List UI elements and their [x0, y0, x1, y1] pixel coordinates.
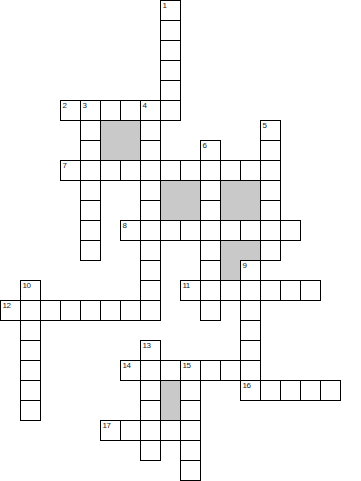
- clue-number: 8: [123, 221, 127, 230]
- letter-cell[interactable]: [100, 100, 121, 121]
- letter-cell[interactable]: [240, 160, 261, 181]
- clue-number: 1: [163, 1, 167, 10]
- letter-cell[interactable]: [20, 380, 41, 401]
- letter-cell[interactable]: [180, 460, 201, 481]
- letter-cell[interactable]: [180, 160, 201, 181]
- letter-cell[interactable]: [140, 140, 161, 161]
- letter-cell[interactable]: [240, 360, 261, 381]
- letter-cell[interactable]: 2: [60, 100, 81, 121]
- clue-number: 12: [3, 301, 11, 310]
- letter-cell[interactable]: [220, 160, 241, 181]
- shaded-cell: [240, 200, 261, 221]
- letter-cell[interactable]: [240, 220, 261, 241]
- shaded-cell: [120, 140, 141, 161]
- letter-cell[interactable]: [220, 220, 241, 241]
- letter-cell[interactable]: [180, 400, 201, 421]
- letter-cell[interactable]: [140, 120, 161, 141]
- letter-cell[interactable]: [140, 440, 161, 461]
- clue-number: 11: [183, 281, 190, 290]
- letter-cell[interactable]: [320, 380, 341, 401]
- clue-number: 9: [243, 261, 247, 270]
- letter-cell[interactable]: [280, 380, 301, 401]
- letter-cell[interactable]: 17: [100, 420, 121, 441]
- letter-cell[interactable]: 15: [180, 360, 201, 381]
- clue-number: 17: [103, 421, 111, 430]
- letter-cell[interactable]: [80, 180, 101, 201]
- shaded-cell: [180, 180, 201, 201]
- letter-cell[interactable]: 4: [140, 100, 161, 121]
- letter-cell[interactable]: [140, 400, 161, 421]
- shaded-cell: [220, 180, 241, 201]
- letter-cell[interactable]: [200, 240, 221, 261]
- letter-cell[interactable]: [200, 300, 221, 321]
- letter-cell[interactable]: [120, 100, 141, 121]
- letter-cell[interactable]: [260, 380, 281, 401]
- letter-cell[interactable]: [160, 160, 181, 181]
- letter-cell[interactable]: [200, 260, 221, 281]
- letter-cell[interactable]: [160, 100, 181, 121]
- letter-cell[interactable]: [200, 200, 221, 221]
- letter-cell[interactable]: [260, 280, 281, 301]
- letter-cell[interactable]: [140, 360, 161, 381]
- letter-cell[interactable]: [20, 400, 41, 421]
- letter-cell[interactable]: [160, 60, 181, 81]
- letter-cell[interactable]: [220, 280, 241, 301]
- letter-cell[interactable]: [180, 220, 201, 241]
- letter-cell[interactable]: [160, 420, 181, 441]
- letter-cell[interactable]: [40, 300, 61, 321]
- letter-cell[interactable]: 11: [180, 280, 201, 301]
- letter-cell[interactable]: [80, 220, 101, 241]
- letter-cell[interactable]: [140, 240, 161, 261]
- letter-cell[interactable]: [20, 360, 41, 381]
- letter-cell[interactable]: [20, 300, 41, 321]
- letter-cell[interactable]: [160, 40, 181, 61]
- letter-cell[interactable]: 8: [120, 220, 141, 241]
- letter-cell[interactable]: [80, 160, 101, 181]
- letter-cell[interactable]: [140, 300, 161, 321]
- letter-cell[interactable]: [140, 220, 161, 241]
- shaded-cell: [160, 200, 181, 221]
- letter-cell[interactable]: [200, 280, 221, 301]
- letter-cell[interactable]: [160, 360, 181, 381]
- letter-cell[interactable]: [140, 180, 161, 201]
- letter-cell[interactable]: [240, 340, 261, 361]
- letter-cell[interactable]: 16: [240, 380, 261, 401]
- shaded-cell: [220, 240, 241, 261]
- letter-cell[interactable]: [200, 220, 221, 241]
- letter-cell[interactable]: 3: [80, 100, 101, 121]
- clue-number: 16: [243, 381, 251, 390]
- letter-cell[interactable]: [240, 280, 261, 301]
- letter-cell[interactable]: [20, 340, 41, 361]
- letter-cell[interactable]: [280, 220, 301, 241]
- letter-cell[interactable]: [20, 320, 41, 341]
- shaded-cell: [240, 240, 261, 261]
- letter-cell[interactable]: [120, 420, 141, 441]
- letter-cell[interactable]: [200, 360, 221, 381]
- letter-cell[interactable]: 12: [0, 300, 21, 321]
- letter-cell[interactable]: [180, 380, 201, 401]
- letter-cell[interactable]: [80, 300, 101, 321]
- letter-cell[interactable]: 7: [60, 160, 81, 181]
- letter-cell[interactable]: [260, 220, 281, 241]
- letter-cell[interactable]: [80, 120, 101, 141]
- letter-cell[interactable]: [80, 200, 101, 221]
- shaded-cell: [100, 120, 121, 141]
- letter-cell[interactable]: [160, 20, 181, 41]
- letter-cell[interactable]: [80, 140, 101, 161]
- letter-cell[interactable]: [120, 300, 141, 321]
- letter-cell[interactable]: [240, 320, 261, 341]
- letter-cell[interactable]: [140, 260, 161, 281]
- letter-cell[interactable]: [140, 200, 161, 221]
- letter-cell[interactable]: [200, 160, 221, 181]
- letter-cell[interactable]: [260, 240, 281, 261]
- clue-number: 5: [263, 121, 267, 130]
- letter-cell[interactable]: 6: [200, 140, 221, 161]
- letter-cell[interactable]: [80, 240, 101, 261]
- letter-cell[interactable]: [200, 180, 221, 201]
- shaded-cell: [220, 200, 241, 221]
- letter-cell[interactable]: [140, 280, 161, 301]
- letter-cell[interactable]: [240, 300, 261, 321]
- clue-number: 6: [203, 141, 207, 150]
- shaded-cell: [180, 200, 201, 221]
- letter-cell[interactable]: [160, 80, 181, 101]
- letter-cell[interactable]: [300, 380, 321, 401]
- letter-cell[interactable]: 14: [120, 360, 141, 381]
- letter-cell[interactable]: 5: [260, 120, 281, 141]
- letter-cell[interactable]: [120, 160, 141, 181]
- letter-cell[interactable]: 10: [20, 280, 41, 301]
- letter-cell[interactable]: [180, 440, 201, 461]
- letter-cell[interactable]: [140, 160, 161, 181]
- letter-cell[interactable]: [140, 420, 161, 441]
- letter-cell[interactable]: [260, 160, 281, 181]
- clue-number: 15: [183, 361, 191, 370]
- letter-cell[interactable]: [100, 300, 121, 321]
- shaded-cell: [160, 380, 181, 401]
- letter-cell[interactable]: [100, 160, 121, 181]
- shaded-cell: [240, 180, 261, 201]
- shaded-cell: [220, 260, 241, 281]
- clue-number: 7: [63, 161, 67, 170]
- letter-cell[interactable]: [180, 420, 201, 441]
- shaded-cell: [100, 140, 121, 161]
- crossword-grid: 1234567891011121314151617: [0, 0, 341, 481]
- shaded-cell: [120, 120, 141, 141]
- letter-cell[interactable]: [140, 380, 161, 401]
- clue-number: 13: [143, 341, 151, 350]
- letter-cell[interactable]: [60, 300, 81, 321]
- clue-number: 2: [63, 101, 67, 110]
- letter-cell[interactable]: 1: [160, 0, 181, 21]
- letter-cell[interactable]: [220, 360, 241, 381]
- clue-number: 4: [143, 101, 147, 110]
- letter-cell[interactable]: 9: [240, 260, 261, 281]
- shaded-cell: [160, 400, 181, 421]
- letter-cell[interactable]: [300, 280, 321, 301]
- letter-cell[interactable]: [160, 220, 181, 241]
- clue-number: 3: [83, 101, 87, 110]
- letter-cell[interactable]: 13: [140, 340, 161, 361]
- shaded-cell: [160, 180, 181, 201]
- clue-number: 10: [23, 281, 31, 290]
- letter-cell[interactable]: [280, 280, 301, 301]
- clue-number: 14: [123, 361, 131, 370]
- letter-cell[interactable]: [260, 180, 281, 201]
- letter-cell[interactable]: [260, 140, 281, 161]
- letter-cell[interactable]: [260, 200, 281, 221]
